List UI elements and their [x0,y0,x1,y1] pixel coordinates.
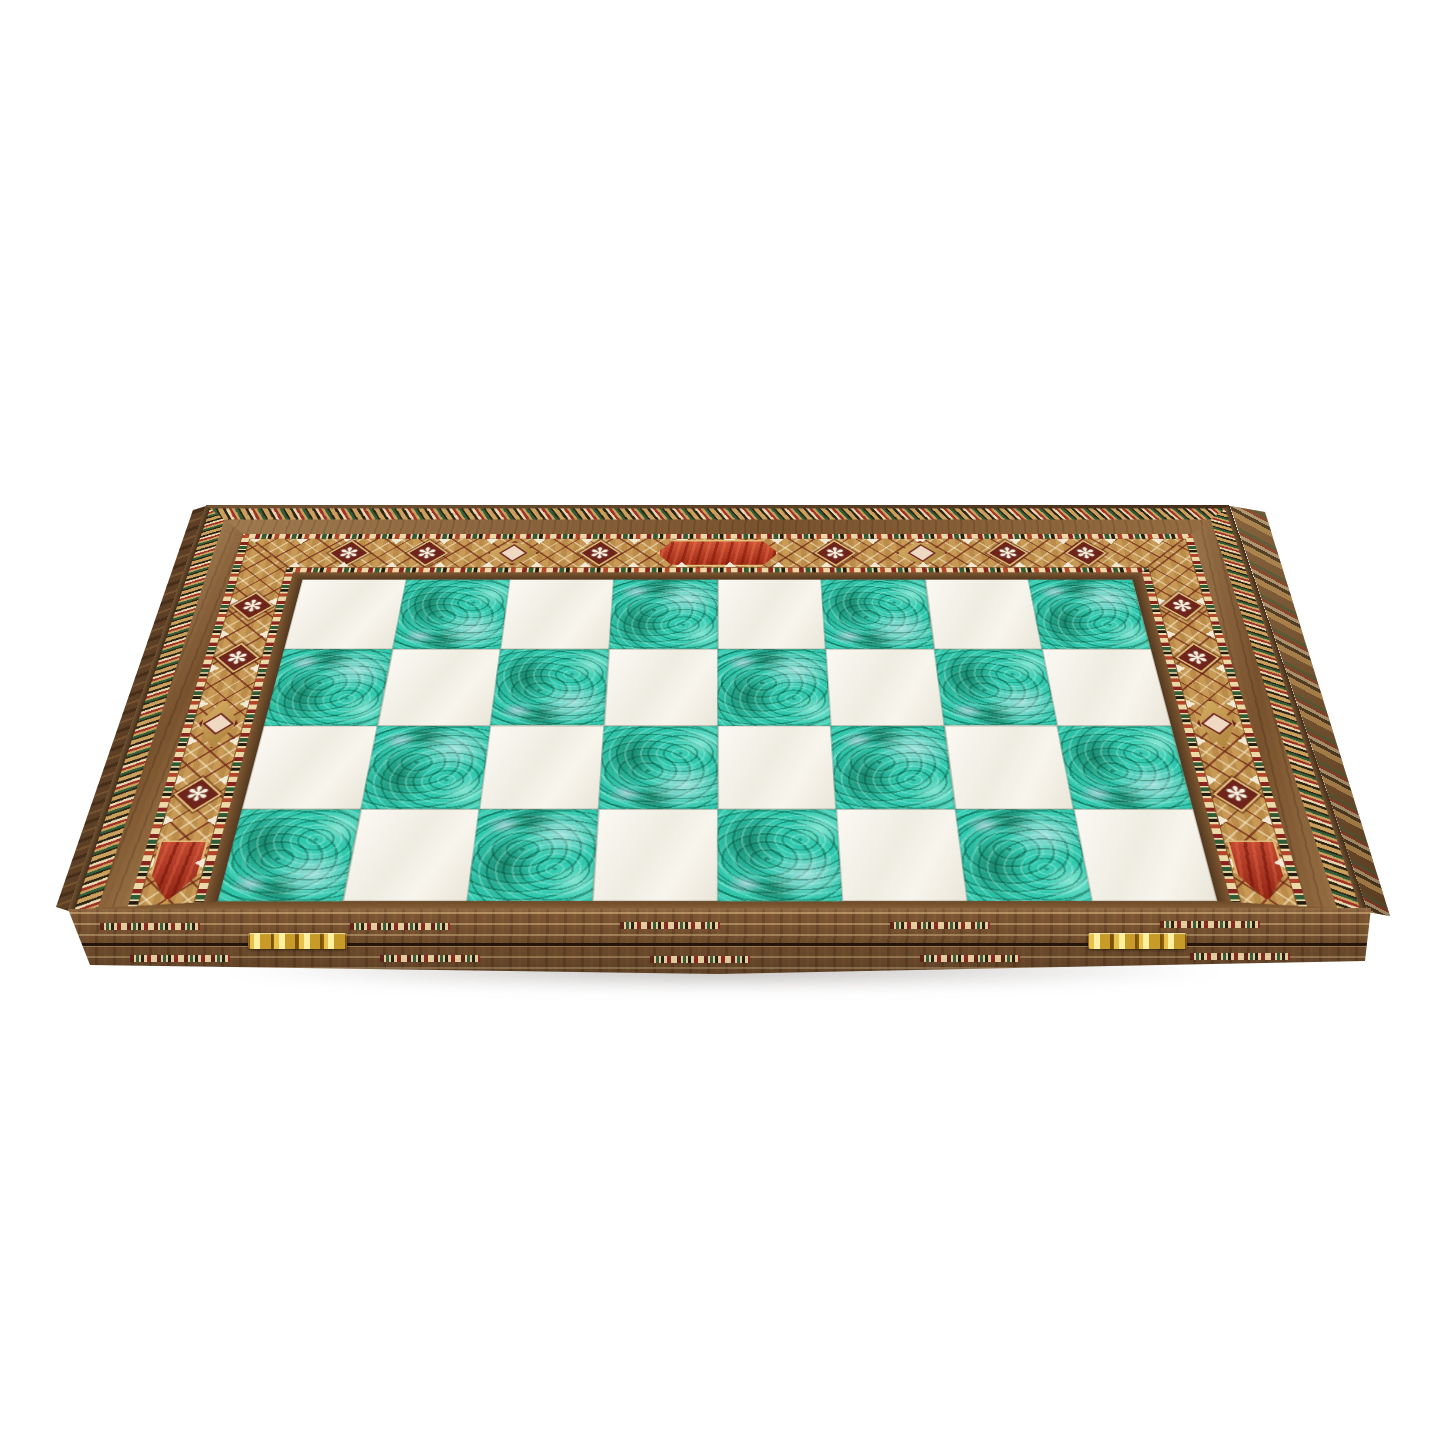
inlay-dash-strip [350,923,450,930]
board-square[interactable] [718,809,843,901]
star-inlay: ✻ [324,540,373,567]
star-inlay: ✻ [1208,777,1267,813]
star-inlay: ✻ [813,540,857,567]
inlay-dash-strip [920,955,1020,962]
inlay-dash-strip [100,923,200,930]
board-square[interactable] [1058,725,1193,809]
star-inlay: ✻ [577,540,621,567]
star-inlay: ✻ [226,592,278,621]
chessboard-top: ✻✻✻ ✻✻✻ ✻✻✻✻✻✻ [68,505,1367,910]
board-square[interactable] [264,649,392,725]
board-square[interactable] [392,580,510,650]
inner-bevel [180,572,1254,579]
board-square[interactable] [836,809,967,901]
eye-inlay [482,540,545,567]
board-square[interactable] [343,809,480,901]
board-square[interactable] [1029,580,1151,650]
star-inlay: ✻ [210,643,264,673]
star-inlay: ✻ [403,540,450,567]
star-inlay: ✻ [1157,592,1209,621]
board-square[interactable] [480,725,604,809]
board-square[interactable] [718,725,837,809]
mosaic-frieze: ✻✻✻✻✻✻ [185,539,1251,568]
star-inlay: ✻ [1171,643,1225,673]
board-square[interactable] [925,580,1043,650]
inlay-dash-strip [1160,921,1260,928]
inlay-dash-strip [620,922,720,929]
board-square[interactable] [609,580,717,650]
inlay-dash-strip [130,955,230,962]
board-square[interactable] [218,809,361,901]
board-square[interactable] [718,649,831,725]
inlay-dash-strip [1190,953,1290,960]
board-square[interactable] [604,649,717,725]
board-square[interactable] [1043,649,1171,725]
inlay-dash-strip [650,956,750,963]
mosaic-border-back: ✻✻✻✻✻✻ [180,505,1254,579]
star-inlay: ✻ [168,777,227,813]
board-square[interactable] [826,649,944,725]
brass-hinge-right [1088,933,1187,949]
striped-inlay-band [201,508,1234,519]
checkerboard [218,580,1218,902]
brass-hinge-left [248,933,347,949]
board-square[interactable] [831,725,955,809]
board-square[interactable] [593,809,718,901]
inlay-dash-strip [890,922,990,929]
board-square[interactable] [242,725,377,809]
board-square[interactable] [821,580,934,650]
board-square[interactable] [361,725,491,809]
board-square[interactable] [718,580,826,650]
eye-inlay [891,540,954,567]
board-square[interactable] [284,580,406,650]
board-square[interactable] [1074,809,1217,901]
board-square[interactable] [501,580,614,650]
star-inlay: ✻ [984,540,1031,567]
wood-band [196,520,1239,535]
board-square[interactable] [944,725,1074,809]
hexagon-inlay [656,540,779,567]
board-square[interactable] [377,649,500,725]
star-inlay: ✻ [1062,540,1111,567]
board-square[interactable] [955,809,1092,901]
board-square[interactable] [491,649,609,725]
board-square[interactable] [468,809,599,901]
inlay-dash-strip [380,955,480,962]
product-photo: ✻✻✻ ✻✻✻ ✻✻✻✻✻✻ [0,0,1445,1445]
board-square[interactable] [934,649,1057,725]
board-square[interactable] [599,725,718,809]
